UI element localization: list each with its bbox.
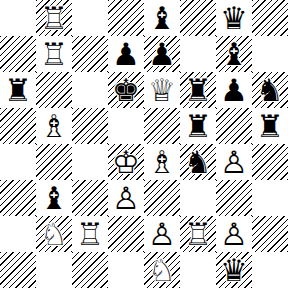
piece-black-pawn[interactable]: ♟♟ xyxy=(144,36,180,72)
square-h2[interactable] xyxy=(252,216,288,252)
square-a3[interactable] xyxy=(0,180,36,216)
piece-black-knight[interactable]: ♞♞ xyxy=(180,144,216,180)
square-c2[interactable]: ♜♖ xyxy=(72,216,108,252)
piece-black-queen[interactable]: ♛♛ xyxy=(216,0,252,36)
square-b7[interactable]: ♜♖ xyxy=(36,36,72,72)
square-g4[interactable]: ♟♙ xyxy=(216,144,252,180)
square-e3[interactable] xyxy=(144,180,180,216)
square-g6[interactable]: ♟♟ xyxy=(216,72,252,108)
black-bishop-glyph: ♝ xyxy=(216,36,252,72)
black-pawn-glyph: ♟ xyxy=(216,72,252,108)
square-c4[interactable] xyxy=(72,144,108,180)
square-c6[interactable] xyxy=(72,72,108,108)
square-b3[interactable]: ♝♝ xyxy=(36,180,72,216)
white-rook-glyph: ♖ xyxy=(72,216,108,252)
black-knight-glyph: ♞ xyxy=(180,144,216,180)
piece-black-bishop[interactable]: ♝♝ xyxy=(144,0,180,36)
square-h8[interactable] xyxy=(252,0,288,36)
square-h5[interactable]: ♜♜ xyxy=(252,108,288,144)
piece-white-pawn[interactable]: ♟♙ xyxy=(216,216,252,252)
square-b8[interactable]: ♜♖ xyxy=(36,0,72,36)
piece-white-knight[interactable]: ♞♘ xyxy=(36,216,72,252)
black-rook-glyph: ♜ xyxy=(180,72,216,108)
square-h3[interactable] xyxy=(252,180,288,216)
square-g8[interactable]: ♛♛ xyxy=(216,0,252,36)
square-d7[interactable]: ♟♟ xyxy=(108,36,144,72)
piece-white-queen[interactable]: ♛♕ xyxy=(144,72,180,108)
piece-black-pawn[interactable]: ♟♟ xyxy=(216,72,252,108)
square-h6[interactable]: ♞♞ xyxy=(252,72,288,108)
piece-black-rook[interactable]: ♜♜ xyxy=(252,108,288,144)
black-king-glyph: ♚ xyxy=(108,72,144,108)
square-d4[interactable]: ♚♔ xyxy=(108,144,144,180)
square-e4[interactable]: ♝♗ xyxy=(144,144,180,180)
square-e8[interactable]: ♝♝ xyxy=(144,0,180,36)
square-g5[interactable] xyxy=(216,108,252,144)
white-knight-glyph: ♘ xyxy=(144,252,180,288)
black-knight-glyph: ♞ xyxy=(252,72,288,108)
black-rook-glyph: ♜ xyxy=(180,108,216,144)
chess-board: ♜♖♝♝♛♛♜♖♟♟♟♟♝♝♜♜♚♚♛♕♜♜♟♟♞♞♝♗♜♜♜♜♚♔♝♗♞♞♟♙… xyxy=(0,0,288,288)
black-rook-glyph: ♜ xyxy=(0,72,36,108)
black-bishop-glyph: ♝ xyxy=(36,180,72,216)
white-pawn-glyph: ♙ xyxy=(216,216,252,252)
black-queen-glyph: ♛ xyxy=(216,252,252,288)
square-a8[interactable] xyxy=(0,0,36,36)
square-a5[interactable] xyxy=(0,108,36,144)
piece-white-pawn[interactable]: ♟♙ xyxy=(144,216,180,252)
square-f2[interactable]: ♜♖ xyxy=(180,216,216,252)
square-d8[interactable] xyxy=(108,0,144,36)
square-g1[interactable]: ♛♛ xyxy=(216,252,252,288)
piece-white-rook[interactable]: ♜♖ xyxy=(180,216,216,252)
piece-black-bishop[interactable]: ♝♝ xyxy=(36,180,72,216)
square-g3[interactable] xyxy=(216,180,252,216)
square-d5[interactable] xyxy=(108,108,144,144)
square-b5[interactable]: ♝♗ xyxy=(36,108,72,144)
piece-white-pawn[interactable]: ♟♙ xyxy=(216,144,252,180)
square-a4[interactable] xyxy=(0,144,36,180)
square-d2[interactable] xyxy=(108,216,144,252)
square-b2[interactable]: ♞♘ xyxy=(36,216,72,252)
white-rook-glyph: ♖ xyxy=(36,36,72,72)
square-f6[interactable]: ♜♜ xyxy=(180,72,216,108)
square-h7[interactable] xyxy=(252,36,288,72)
square-c7[interactable] xyxy=(72,36,108,72)
piece-white-knight[interactable]: ♞♘ xyxy=(144,252,180,288)
square-b1[interactable] xyxy=(36,252,72,288)
piece-black-king[interactable]: ♚♚ xyxy=(108,72,144,108)
square-f7[interactable] xyxy=(180,36,216,72)
black-pawn-glyph: ♟ xyxy=(144,36,180,72)
piece-black-bishop[interactable]: ♝♝ xyxy=(216,36,252,72)
piece-white-rook[interactable]: ♜♖ xyxy=(72,216,108,252)
white-pawn-glyph: ♙ xyxy=(216,144,252,180)
piece-black-rook[interactable]: ♜♜ xyxy=(180,108,216,144)
square-c3[interactable] xyxy=(72,180,108,216)
white-rook-glyph: ♖ xyxy=(180,216,216,252)
black-queen-glyph: ♛ xyxy=(216,0,252,36)
piece-white-rook[interactable]: ♜♖ xyxy=(36,0,72,36)
piece-black-rook[interactable]: ♜♜ xyxy=(0,72,36,108)
square-c8[interactable] xyxy=(72,0,108,36)
piece-black-knight[interactable]: ♞♞ xyxy=(252,72,288,108)
square-c1[interactable] xyxy=(72,252,108,288)
square-d6[interactable]: ♚♚ xyxy=(108,72,144,108)
white-king-glyph: ♔ xyxy=(108,144,144,180)
black-bishop-glyph: ♝ xyxy=(144,0,180,36)
piece-black-pawn[interactable]: ♟♟ xyxy=(108,36,144,72)
square-a6[interactable]: ♜♜ xyxy=(0,72,36,108)
black-pawn-glyph: ♟ xyxy=(108,36,144,72)
square-e6[interactable]: ♛♕ xyxy=(144,72,180,108)
white-bishop-glyph: ♗ xyxy=(144,144,180,180)
square-g2[interactable]: ♟♙ xyxy=(216,216,252,252)
square-a2[interactable] xyxy=(0,216,36,252)
square-c5[interactable] xyxy=(72,108,108,144)
piece-white-king[interactable]: ♚♔ xyxy=(108,144,144,180)
piece-white-bishop[interactable]: ♝♗ xyxy=(144,144,180,180)
white-bishop-glyph: ♗ xyxy=(36,108,72,144)
square-f4[interactable]: ♞♞ xyxy=(180,144,216,180)
piece-black-rook[interactable]: ♜♜ xyxy=(180,72,216,108)
square-e2[interactable]: ♟♙ xyxy=(144,216,180,252)
piece-white-pawn[interactable]: ♟♙ xyxy=(108,180,144,216)
white-pawn-glyph: ♙ xyxy=(108,180,144,216)
square-g7[interactable]: ♝♝ xyxy=(216,36,252,72)
square-e7[interactable]: ♟♟ xyxy=(144,36,180,72)
square-a7[interactable] xyxy=(0,36,36,72)
white-knight-glyph: ♘ xyxy=(36,216,72,252)
piece-white-bishop[interactable]: ♝♗ xyxy=(36,108,72,144)
square-h4[interactable] xyxy=(252,144,288,180)
white-pawn-glyph: ♙ xyxy=(144,216,180,252)
square-h1[interactable] xyxy=(252,252,288,288)
square-b6[interactable] xyxy=(36,72,72,108)
square-f5[interactable]: ♜♜ xyxy=(180,108,216,144)
square-d3[interactable]: ♟♙ xyxy=(108,180,144,216)
square-e1[interactable]: ♞♘ xyxy=(144,252,180,288)
square-f1[interactable] xyxy=(180,252,216,288)
white-rook-glyph: ♖ xyxy=(36,0,72,36)
square-f8[interactable] xyxy=(180,0,216,36)
square-d1[interactable] xyxy=(108,252,144,288)
square-a1[interactable] xyxy=(0,252,36,288)
square-e5[interactable] xyxy=(144,108,180,144)
black-rook-glyph: ♜ xyxy=(252,108,288,144)
square-b4[interactable] xyxy=(36,144,72,180)
piece-white-rook[interactable]: ♜♖ xyxy=(36,36,72,72)
piece-black-queen[interactable]: ♛♛ xyxy=(216,252,252,288)
square-f3[interactable] xyxy=(180,180,216,216)
white-queen-glyph: ♕ xyxy=(144,72,180,108)
